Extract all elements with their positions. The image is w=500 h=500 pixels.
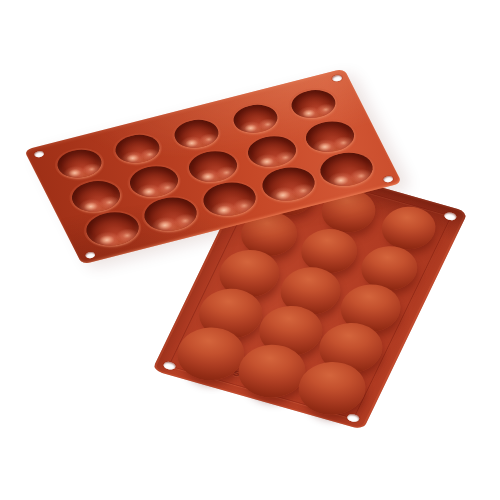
half-sphere-cavity xyxy=(286,86,341,123)
half-sphere-cavity xyxy=(196,178,262,222)
half-sphere-cavity xyxy=(65,177,125,217)
half-sphere-cavity xyxy=(300,117,360,157)
corner-hanging-hole xyxy=(32,150,44,158)
corner-hanging-hole xyxy=(83,251,95,259)
half-sphere-cavity xyxy=(227,101,282,138)
corner-hanging-hole xyxy=(346,413,360,423)
half-sphere-cavity xyxy=(182,147,242,187)
half-sphere-cavity xyxy=(314,148,380,192)
half-sphere-cavity xyxy=(168,116,223,153)
half-sphere-cavity xyxy=(138,193,204,237)
half-sphere-cavity xyxy=(241,132,301,172)
half-sphere-cavity xyxy=(255,163,321,207)
half-sphere-cavity xyxy=(51,146,106,183)
corner-hanging-hole xyxy=(330,74,342,82)
half-sphere-cavity xyxy=(79,208,145,252)
half-sphere-cavity xyxy=(110,131,165,168)
corner-hanging-hole xyxy=(381,175,393,183)
half-sphere-cavity xyxy=(124,162,184,202)
product-photo: SF 005 xyxy=(0,0,500,500)
